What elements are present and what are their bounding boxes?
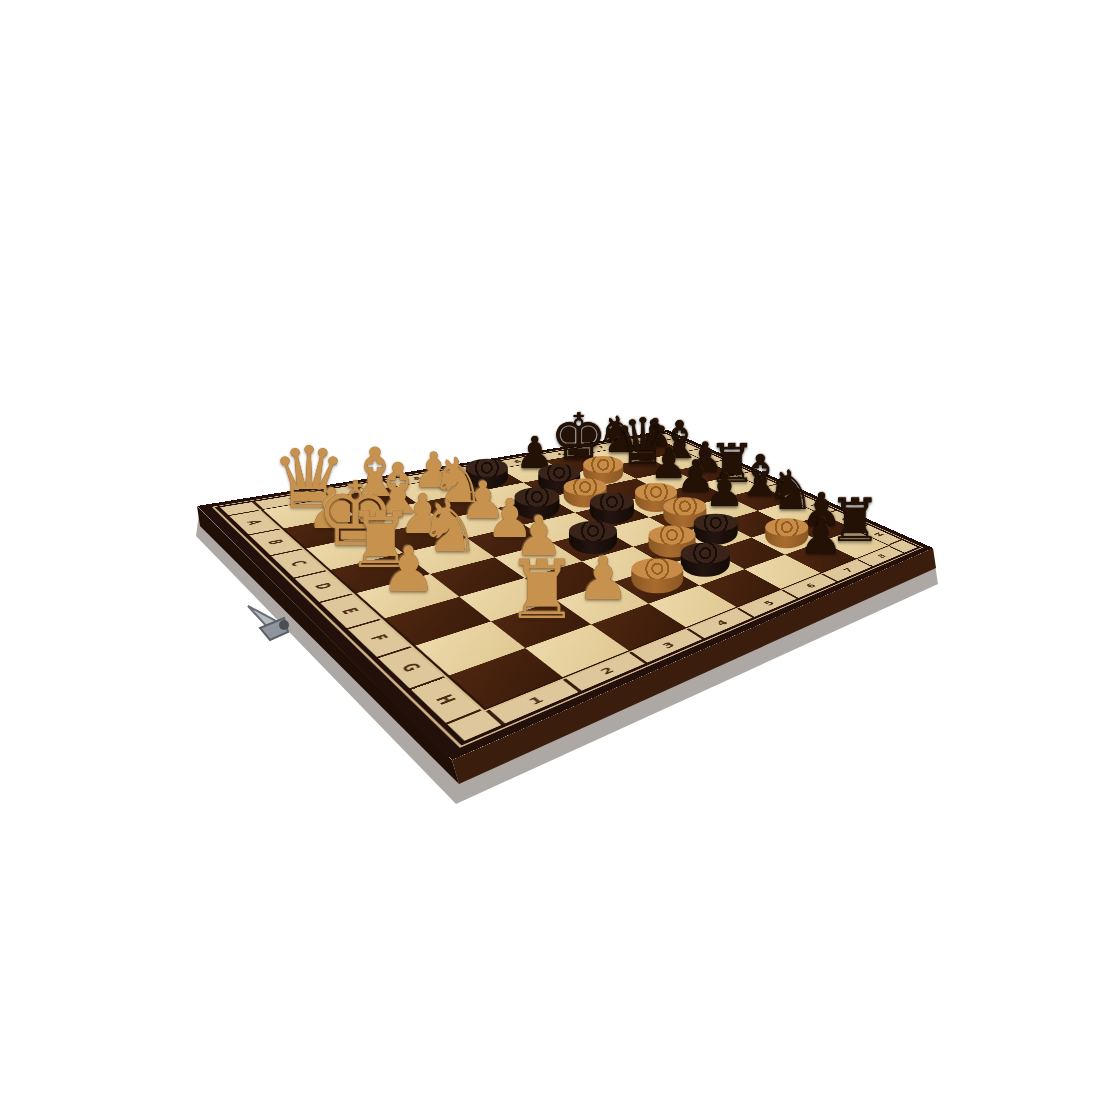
metal-clasp-icon <box>240 588 310 652</box>
product-photo-stage: AABBCCDDEEFFGGHH1122334455667788 ♛♝♟♟♚♞♟… <box>0 0 1120 1120</box>
